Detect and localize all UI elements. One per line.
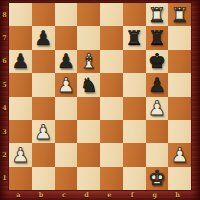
white-king-g1[interactable]: ♚ — [148, 168, 166, 188]
square-h1[interactable] — [168, 167, 191, 190]
square-e3[interactable] — [100, 120, 123, 143]
chess-board[interactable]: ♜♜♟♜♜♟♟♝♚♟♞♟♟♟♟♟♚ — [9, 3, 191, 190]
square-e5[interactable] — [100, 73, 123, 96]
square-b5[interactable] — [32, 73, 55, 96]
square-e7[interactable] — [100, 26, 123, 49]
square-c6[interactable]: ♟ — [55, 50, 78, 73]
square-c3[interactable] — [55, 120, 78, 143]
square-d2[interactable] — [77, 143, 100, 166]
square-d5[interactable]: ♞ — [77, 73, 100, 96]
square-h7[interactable] — [168, 26, 191, 49]
square-a3[interactable] — [9, 120, 32, 143]
rank-label-2: 2 — [0, 143, 9, 166]
square-h3[interactable] — [168, 120, 191, 143]
square-f7[interactable]: ♜ — [123, 26, 146, 49]
square-g4[interactable]: ♟ — [146, 97, 169, 120]
square-b7[interactable]: ♟ — [32, 26, 55, 49]
white-rook-g8[interactable]: ♜ — [148, 5, 166, 25]
square-h4[interactable] — [168, 97, 191, 120]
rank-label-7: 7 — [0, 26, 9, 49]
square-a8[interactable] — [9, 3, 32, 26]
white-rook-h8[interactable]: ♜ — [171, 5, 189, 25]
file-label-f: f — [121, 190, 144, 200]
square-d3[interactable] — [77, 120, 100, 143]
square-d7[interactable] — [77, 26, 100, 49]
rank-label-6: 6 — [0, 50, 9, 73]
file-label-g: g — [144, 190, 167, 200]
square-c2[interactable] — [55, 143, 78, 166]
square-f8[interactable] — [123, 3, 146, 26]
square-d4[interactable] — [77, 97, 100, 120]
square-b6[interactable] — [32, 50, 55, 73]
square-b2[interactable] — [32, 143, 55, 166]
file-label-c: c — [53, 190, 76, 200]
file-label-b: b — [30, 190, 53, 200]
square-f4[interactable] — [123, 97, 146, 120]
square-b4[interactable] — [32, 97, 55, 120]
rank-label-1: 1 — [0, 167, 9, 190]
square-g7[interactable]: ♜ — [146, 26, 169, 49]
square-d8[interactable] — [77, 3, 100, 26]
square-a1[interactable] — [9, 167, 32, 190]
file-label-h: h — [166, 190, 189, 200]
white-pawn-c5[interactable]: ♟ — [57, 75, 75, 95]
square-c1[interactable] — [55, 167, 78, 190]
black-knight-d5[interactable]: ♞ — [80, 75, 98, 95]
square-g2[interactable] — [146, 143, 169, 166]
white-pawn-a2[interactable]: ♟ — [11, 145, 29, 165]
black-rook-f7[interactable]: ♜ — [125, 28, 143, 48]
square-f2[interactable] — [123, 143, 146, 166]
square-c4[interactable] — [55, 97, 78, 120]
file-label-a: a — [7, 190, 30, 200]
white-pawn-b3[interactable]: ♟ — [34, 122, 52, 142]
square-a2[interactable]: ♟ — [9, 143, 32, 166]
square-a5[interactable] — [9, 73, 32, 96]
rank-label-3: 3 — [0, 120, 9, 143]
square-h8[interactable]: ♜ — [168, 3, 191, 26]
white-pawn-h2[interactable]: ♟ — [171, 145, 189, 165]
square-b3[interactable]: ♟ — [32, 120, 55, 143]
square-b8[interactable] — [32, 3, 55, 26]
black-pawn-g5[interactable]: ♟ — [148, 75, 166, 95]
square-g5[interactable]: ♟ — [146, 73, 169, 96]
rank-label-8: 8 — [0, 3, 9, 26]
square-a4[interactable] — [9, 97, 32, 120]
square-e2[interactable] — [100, 143, 123, 166]
square-e6[interactable] — [100, 50, 123, 73]
square-c5[interactable]: ♟ — [55, 73, 78, 96]
white-bishop-d6[interactable]: ♝ — [80, 51, 98, 71]
square-d1[interactable] — [77, 167, 100, 190]
square-e4[interactable] — [100, 97, 123, 120]
rank-label-5: 5 — [0, 73, 9, 96]
square-e8[interactable] — [100, 3, 123, 26]
square-a7[interactable] — [9, 26, 32, 49]
square-e1[interactable] — [100, 167, 123, 190]
file-label-e: e — [98, 190, 121, 200]
square-c7[interactable] — [55, 26, 78, 49]
square-h5[interactable] — [168, 73, 191, 96]
white-pawn-g4[interactable]: ♟ — [148, 98, 166, 118]
square-g8[interactable]: ♜ — [146, 3, 169, 26]
black-pawn-b7[interactable]: ♟ — [34, 28, 52, 48]
black-pawn-c6[interactable]: ♟ — [57, 51, 75, 71]
square-h6[interactable] — [168, 50, 191, 73]
square-b1[interactable] — [32, 167, 55, 190]
file-label-d: d — [75, 190, 98, 200]
square-d6[interactable]: ♝ — [77, 50, 100, 73]
square-f5[interactable] — [123, 73, 146, 96]
board-frame: ♜♜♟♜♜♟♟♝♚♟♞♟♟♟♟♟♚ 87654321abcdefgh — [0, 0, 200, 200]
square-a6[interactable]: ♟ — [9, 50, 32, 73]
black-pawn-a6[interactable]: ♟ — [11, 51, 29, 71]
black-king-g6[interactable]: ♚ — [148, 51, 166, 71]
square-f1[interactable] — [123, 167, 146, 190]
rank-label-4: 4 — [0, 97, 9, 120]
square-f6[interactable] — [123, 50, 146, 73]
square-c8[interactable] — [55, 3, 78, 26]
square-h2[interactable]: ♟ — [168, 143, 191, 166]
black-rook-g7[interactable]: ♜ — [148, 28, 166, 48]
square-g1[interactable]: ♚ — [146, 167, 169, 190]
square-f3[interactable] — [123, 120, 146, 143]
square-g6[interactable]: ♚ — [146, 50, 169, 73]
square-g3[interactable] — [146, 120, 169, 143]
